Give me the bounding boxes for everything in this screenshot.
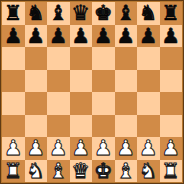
square-h5[interactable]: [160, 70, 183, 93]
white-rook[interactable]: ♜: [4, 160, 23, 183]
white-pawn[interactable]: ♟: [161, 137, 180, 160]
square-b7[interactable]: ♟: [25, 25, 48, 48]
square-b5[interactable]: [25, 70, 48, 93]
black-king[interactable]: ♚: [94, 2, 113, 25]
square-d1[interactable]: ♛: [70, 160, 93, 183]
square-c2[interactable]: ♟: [47, 137, 70, 160]
square-d4[interactable]: [70, 92, 93, 115]
square-f2[interactable]: ♟: [115, 137, 138, 160]
white-pawn[interactable]: ♟: [116, 137, 135, 160]
square-d8[interactable]: ♛: [70, 2, 93, 25]
black-bishop[interactable]: ♝: [49, 2, 68, 25]
black-bishop[interactable]: ♝: [116, 2, 135, 25]
black-rook[interactable]: ♜: [161, 2, 180, 25]
square-g2[interactable]: ♟: [137, 137, 160, 160]
square-g1[interactable]: ♞: [137, 160, 160, 183]
white-pawn[interactable]: ♟: [49, 137, 68, 160]
square-f4[interactable]: [115, 92, 138, 115]
square-f7[interactable]: ♟: [115, 25, 138, 48]
square-f1[interactable]: ♝: [115, 160, 138, 183]
square-c8[interactable]: ♝: [47, 2, 70, 25]
square-a2[interactable]: ♟: [2, 137, 25, 160]
white-pawn[interactable]: ♟: [4, 137, 23, 160]
white-bishop[interactable]: ♝: [116, 160, 135, 183]
square-d2[interactable]: ♟: [70, 137, 93, 160]
square-h8[interactable]: ♜: [160, 2, 183, 25]
square-a6[interactable]: [2, 47, 25, 70]
black-pawn[interactable]: ♟: [71, 25, 90, 48]
square-f3[interactable]: [115, 115, 138, 138]
square-f5[interactable]: [115, 70, 138, 93]
square-d6[interactable]: [70, 47, 93, 70]
white-rook[interactable]: ♜: [161, 160, 180, 183]
square-e5[interactable]: [92, 70, 115, 93]
square-a5[interactable]: [2, 70, 25, 93]
square-g4[interactable]: [137, 92, 160, 115]
square-f8[interactable]: ♝: [115, 2, 138, 25]
square-g3[interactable]: [137, 115, 160, 138]
square-e4[interactable]: [92, 92, 115, 115]
square-e6[interactable]: [92, 47, 115, 70]
square-a1[interactable]: ♜: [2, 160, 25, 183]
square-d7[interactable]: ♟: [70, 25, 93, 48]
square-h1[interactable]: ♜: [160, 160, 183, 183]
square-h3[interactable]: [160, 115, 183, 138]
square-c4[interactable]: [47, 92, 70, 115]
white-bishop[interactable]: ♝: [49, 160, 68, 183]
square-h2[interactable]: ♟: [160, 137, 183, 160]
square-c5[interactable]: [47, 70, 70, 93]
square-b3[interactable]: [25, 115, 48, 138]
square-g5[interactable]: [137, 70, 160, 93]
white-queen[interactable]: ♛: [71, 160, 90, 183]
black-pawn[interactable]: ♟: [116, 25, 135, 48]
black-pawn[interactable]: ♟: [94, 25, 113, 48]
square-b1[interactable]: ♞: [25, 160, 48, 183]
square-b4[interactable]: [25, 92, 48, 115]
square-a7[interactable]: ♟: [2, 25, 25, 48]
black-knight[interactable]: ♞: [26, 2, 45, 25]
black-queen[interactable]: ♛: [71, 2, 90, 25]
black-rook[interactable]: ♜: [4, 2, 23, 25]
square-e2[interactable]: ♟: [92, 137, 115, 160]
square-g7[interactable]: ♟: [137, 25, 160, 48]
square-c1[interactable]: ♝: [47, 160, 70, 183]
square-d3[interactable]: [70, 115, 93, 138]
square-b2[interactable]: ♟: [25, 137, 48, 160]
square-b8[interactable]: ♞: [25, 2, 48, 25]
square-a3[interactable]: [2, 115, 25, 138]
white-pawn[interactable]: ♟: [26, 137, 45, 160]
square-e3[interactable]: [92, 115, 115, 138]
square-e8[interactable]: ♚: [92, 2, 115, 25]
black-pawn[interactable]: ♟: [49, 25, 68, 48]
black-pawn[interactable]: ♟: [26, 25, 45, 48]
white-knight[interactable]: ♞: [139, 160, 158, 183]
square-e1[interactable]: ♚: [92, 160, 115, 183]
square-d5[interactable]: [70, 70, 93, 93]
board-grid: ♜♞♝♛♚♝♞♜♟♟♟♟♟♟♟♟♟♟♟♟♟♟♟♟♜♞♝♛♚♝♞♜: [2, 2, 182, 182]
square-g6[interactable]: [137, 47, 160, 70]
square-c7[interactable]: ♟: [47, 25, 70, 48]
white-pawn[interactable]: ♟: [94, 137, 113, 160]
square-b6[interactable]: [25, 47, 48, 70]
square-e7[interactable]: ♟: [92, 25, 115, 48]
white-king[interactable]: ♚: [94, 160, 113, 183]
square-a8[interactable]: ♜: [2, 2, 25, 25]
chess-board: ♜♞♝♛♚♝♞♜♟♟♟♟♟♟♟♟♟♟♟♟♟♟♟♟♜♞♝♛♚♝♞♜: [0, 0, 184, 184]
square-f6[interactable]: [115, 47, 138, 70]
square-h6[interactable]: [160, 47, 183, 70]
square-h4[interactable]: [160, 92, 183, 115]
black-knight[interactable]: ♞: [139, 2, 158, 25]
black-pawn[interactable]: ♟: [4, 25, 23, 48]
white-pawn[interactable]: ♟: [139, 137, 158, 160]
white-pawn[interactable]: ♟: [71, 137, 90, 160]
white-knight[interactable]: ♞: [26, 160, 45, 183]
black-pawn[interactable]: ♟: [139, 25, 158, 48]
square-a4[interactable]: [2, 92, 25, 115]
square-c3[interactable]: [47, 115, 70, 138]
square-h7[interactable]: ♟: [160, 25, 183, 48]
black-pawn[interactable]: ♟: [161, 25, 180, 48]
square-c6[interactable]: [47, 47, 70, 70]
square-g8[interactable]: ♞: [137, 2, 160, 25]
